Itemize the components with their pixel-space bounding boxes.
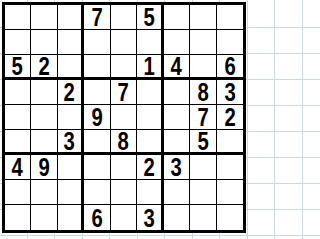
given-digit: 7	[118, 80, 129, 105]
cell-r2c7[interactable]	[164, 30, 190, 55]
given-digit: 6	[91, 205, 102, 230]
cell-r2c3[interactable]	[58, 30, 84, 55]
cell-r2c8[interactable]	[190, 30, 216, 55]
given-digit: 4	[171, 55, 182, 79]
given-digit: 4	[12, 155, 23, 180]
cell-r7c1[interactable]: 4	[5, 155, 31, 180]
cell-r5c2[interactable]	[31, 105, 57, 130]
given-digit: 5	[197, 130, 208, 154]
cell-r9c5[interactable]	[111, 205, 137, 230]
cell-r8c3[interactable]	[58, 180, 84, 205]
cell-r5c4[interactable]: 9	[84, 105, 110, 130]
cell-r3c2[interactable]: 2	[31, 55, 57, 80]
cell-r7c7[interactable]: 3	[164, 155, 190, 180]
cell-r5c9[interactable]: 2	[217, 105, 243, 130]
cell-r1c3[interactable]	[58, 5, 84, 30]
cell-r4c1[interactable]	[5, 80, 31, 105]
given-digit: 8	[197, 80, 208, 105]
given-digit: 7	[91, 5, 102, 30]
cell-r5c8[interactable]: 7	[190, 105, 216, 130]
cell-r5c1[interactable]	[5, 105, 31, 130]
cell-r6c6[interactable]	[137, 130, 163, 155]
cell-r7c5[interactable]	[111, 155, 137, 180]
cell-r6c5[interactable]: 8	[111, 130, 137, 155]
given-digit: 9	[39, 155, 50, 180]
cell-r3c1[interactable]: 5	[5, 55, 31, 80]
cell-r1c5[interactable]	[111, 5, 137, 30]
cell-r7c2[interactable]: 9	[31, 155, 57, 180]
cell-r8c8[interactable]	[190, 180, 216, 205]
cell-r2c6[interactable]	[137, 30, 163, 55]
given-digit: 1	[143, 55, 154, 79]
cell-r7c4[interactable]	[84, 155, 110, 180]
cell-r5c7[interactable]	[164, 105, 190, 130]
cell-r4c8[interactable]: 8	[190, 80, 216, 105]
cell-r3c5[interactable]	[111, 55, 137, 80]
cell-r4c5[interactable]: 7	[111, 80, 137, 105]
given-digit: 5	[12, 55, 23, 79]
cell-r9c2[interactable]	[31, 205, 57, 230]
cell-r1c6[interactable]: 5	[137, 5, 163, 30]
cell-r6c9[interactable]	[217, 130, 243, 155]
cell-r7c6[interactable]: 2	[137, 155, 163, 180]
given-digit: 3	[143, 205, 154, 230]
cell-r3c3[interactable]	[58, 55, 84, 80]
cell-r7c8[interactable]	[190, 155, 216, 180]
given-digit: 2	[143, 155, 154, 180]
cell-r1c2[interactable]	[31, 5, 57, 30]
cell-r6c2[interactable]	[31, 130, 57, 155]
cell-r2c4[interactable]	[84, 30, 110, 55]
cell-r9c3[interactable]	[58, 205, 84, 230]
cell-r9c1[interactable]	[5, 205, 31, 230]
cell-r6c8[interactable]: 5	[190, 130, 216, 155]
cell-r7c9[interactable]	[217, 155, 243, 180]
given-digit: 8	[118, 130, 129, 154]
cell-r8c9[interactable]	[217, 180, 243, 205]
cell-r3c6[interactable]: 1	[137, 55, 163, 80]
cell-r4c9[interactable]: 3	[217, 80, 243, 105]
cell-r8c4[interactable]	[84, 180, 110, 205]
cell-r4c4[interactable]	[84, 80, 110, 105]
cell-r9c9[interactable]	[217, 205, 243, 230]
cell-r4c2[interactable]	[31, 80, 57, 105]
sudoku-board: 75521462783972385492363	[2, 2, 246, 233]
given-digit: 3	[224, 80, 235, 105]
cell-r4c3[interactable]: 2	[58, 80, 84, 105]
cell-r9c8[interactable]	[190, 205, 216, 230]
cell-r6c3[interactable]: 3	[58, 130, 84, 155]
cell-r1c8[interactable]	[190, 5, 216, 30]
cell-r3c4[interactable]	[84, 55, 110, 80]
cell-r5c3[interactable]	[58, 105, 84, 130]
cell-r5c5[interactable]	[111, 105, 137, 130]
cell-r4c7[interactable]	[164, 80, 190, 105]
cell-r6c4[interactable]	[84, 130, 110, 155]
cell-r6c1[interactable]	[5, 130, 31, 155]
cell-r8c6[interactable]	[137, 180, 163, 205]
given-digit: 7	[197, 105, 208, 130]
cell-r9c6[interactable]: 3	[137, 205, 163, 230]
page: { "game": "sudoku", "grid_size": "9x9", …	[0, 0, 251, 239]
given-digit: 6	[224, 55, 235, 79]
cell-r8c7[interactable]	[164, 180, 190, 205]
cell-r1c7[interactable]	[164, 5, 190, 30]
given-digit: 9	[91, 105, 102, 130]
cell-r8c5[interactable]	[111, 180, 137, 205]
given-digit: 2	[224, 105, 235, 130]
cell-r2c1[interactable]	[5, 30, 31, 55]
cell-r2c2[interactable]	[31, 30, 57, 55]
cell-r1c4[interactable]: 7	[84, 5, 110, 30]
given-digit: 2	[64, 80, 75, 105]
given-digit: 3	[171, 155, 182, 180]
cell-r7c3[interactable]	[58, 155, 84, 180]
cell-r1c1[interactable]	[5, 5, 31, 30]
cell-r2c5[interactable]	[111, 30, 137, 55]
cell-r4c6[interactable]	[137, 80, 163, 105]
cell-r9c4[interactable]: 6	[84, 205, 110, 230]
cell-r2c9[interactable]	[217, 30, 243, 55]
cell-r9c7[interactable]	[164, 205, 190, 230]
cell-r1c9[interactable]	[217, 5, 243, 30]
cell-r3c9[interactable]: 6	[217, 55, 243, 80]
given-digit: 5	[143, 5, 154, 30]
given-digit: 3	[64, 130, 75, 154]
cell-r3c7[interactable]: 4	[164, 55, 190, 80]
cell-r5c6[interactable]	[137, 105, 163, 130]
cell-r3c8[interactable]	[190, 55, 216, 80]
cell-r8c1[interactable]	[5, 180, 31, 205]
cell-r6c7[interactable]	[164, 130, 190, 155]
cell-r8c2[interactable]	[31, 180, 57, 205]
given-digit: 2	[39, 55, 50, 79]
